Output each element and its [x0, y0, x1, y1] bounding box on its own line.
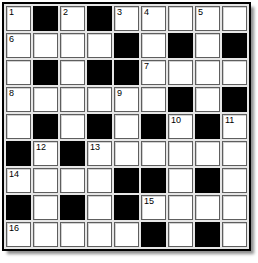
white-cell-r1c3[interactable]: 2	[60, 6, 85, 31]
white-cell-r9c4[interactable]	[87, 222, 112, 247]
white-cell-r6c5[interactable]	[114, 141, 139, 166]
white-cell-r5c1[interactable]	[6, 114, 31, 139]
clue-number: 16	[9, 224, 19, 233]
black-cell-r2c5	[114, 33, 139, 58]
clue-number: 11	[225, 116, 234, 125]
white-cell-r7c4[interactable]	[87, 168, 112, 193]
crossword-grid: 12345678910111213141516	[4, 4, 249, 249]
white-cell-r3c8[interactable]	[195, 60, 220, 85]
black-cell-r2c7	[168, 33, 193, 58]
black-cell-r3c5	[114, 60, 139, 85]
white-cell-r6c9[interactable]	[222, 141, 247, 166]
clue-number: 6	[9, 35, 14, 44]
white-cell-r5c5[interactable]	[114, 114, 139, 139]
black-cell-r5c4	[87, 114, 112, 139]
white-cell-r8c2[interactable]	[33, 195, 58, 220]
white-cell-r2c3[interactable]	[60, 33, 85, 58]
white-cell-r4c4[interactable]	[87, 87, 112, 112]
clue-number: 5	[198, 8, 203, 17]
white-cell-r8c6[interactable]: 15	[141, 195, 166, 220]
black-cell-r4c7	[168, 87, 193, 112]
white-cell-r7c7[interactable]	[168, 168, 193, 193]
white-cell-r9c5[interactable]	[114, 222, 139, 247]
white-cell-r1c6[interactable]: 4	[141, 6, 166, 31]
white-cell-r3c6[interactable]: 7	[141, 60, 166, 85]
white-cell-r9c3[interactable]	[60, 222, 85, 247]
white-cell-r6c7[interactable]	[168, 141, 193, 166]
black-cell-r7c8	[195, 168, 220, 193]
black-cell-r3c2	[33, 60, 58, 85]
clue-number: 9	[117, 89, 122, 98]
white-cell-r4c3[interactable]	[60, 87, 85, 112]
page: 12345678910111213141516	[0, 0, 258, 263]
clue-number: 4	[144, 8, 149, 17]
white-cell-r3c1[interactable]	[6, 60, 31, 85]
white-cell-r8c9[interactable]	[222, 195, 247, 220]
white-cell-r5c3[interactable]	[60, 114, 85, 139]
white-cell-r4c2[interactable]	[33, 87, 58, 112]
white-cell-r2c6[interactable]	[141, 33, 166, 58]
black-cell-r5c2	[33, 114, 58, 139]
white-cell-r8c7[interactable]	[168, 195, 193, 220]
black-cell-r5c6	[141, 114, 166, 139]
white-cell-r2c8[interactable]	[195, 33, 220, 58]
white-cell-r4c1[interactable]: 8	[6, 87, 31, 112]
white-cell-r2c2[interactable]	[33, 33, 58, 58]
white-cell-r4c5[interactable]: 9	[114, 87, 139, 112]
white-cell-r8c8[interactable]	[195, 195, 220, 220]
white-cell-r9c9[interactable]	[222, 222, 247, 247]
black-cell-r8c3	[60, 195, 85, 220]
black-cell-r1c4	[87, 6, 112, 31]
clue-number: 7	[144, 62, 149, 71]
white-cell-r1c5[interactable]: 3	[114, 6, 139, 31]
white-cell-r1c1[interactable]: 1	[6, 6, 31, 31]
clue-number: 2	[63, 8, 68, 17]
white-cell-r6c8[interactable]	[195, 141, 220, 166]
clue-number: 14	[9, 170, 19, 179]
white-cell-r1c8[interactable]: 5	[195, 6, 220, 31]
black-cell-r9c6	[141, 222, 166, 247]
white-cell-r2c1[interactable]: 6	[6, 33, 31, 58]
clue-number: 12	[36, 143, 46, 152]
black-cell-r3c4	[87, 60, 112, 85]
white-cell-r1c9[interactable]	[222, 6, 247, 31]
black-cell-r9c8	[195, 222, 220, 247]
white-cell-r7c9[interactable]	[222, 168, 247, 193]
black-cell-r6c3	[60, 141, 85, 166]
white-cell-r3c9[interactable]	[222, 60, 247, 85]
white-cell-r3c7[interactable]	[168, 60, 193, 85]
white-cell-r8c4[interactable]	[87, 195, 112, 220]
black-cell-r6c1	[6, 141, 31, 166]
clue-number: 15	[144, 197, 154, 206]
white-cell-r4c8[interactable]	[195, 87, 220, 112]
white-cell-r5c9[interactable]: 11	[222, 114, 247, 139]
black-cell-r4c9	[222, 87, 247, 112]
black-cell-r7c5	[114, 168, 139, 193]
crossword-board: 12345678910111213141516	[2, 2, 251, 251]
black-cell-r7c6	[141, 168, 166, 193]
black-cell-r5c8	[195, 114, 220, 139]
black-cell-r1c2	[33, 6, 58, 31]
black-cell-r8c5	[114, 195, 139, 220]
white-cell-r5c7[interactable]: 10	[168, 114, 193, 139]
clue-number: 13	[90, 143, 100, 152]
clue-number: 1	[9, 8, 14, 17]
clue-number: 3	[117, 8, 122, 17]
white-cell-r3c3[interactable]	[60, 60, 85, 85]
clue-number: 10	[171, 116, 181, 125]
white-cell-r6c4[interactable]: 13	[87, 141, 112, 166]
black-cell-r2c9	[222, 33, 247, 58]
clue-number: 8	[9, 89, 14, 98]
white-cell-r2c4[interactable]	[87, 33, 112, 58]
white-cell-r7c1[interactable]: 14	[6, 168, 31, 193]
white-cell-r9c7[interactable]	[168, 222, 193, 247]
white-cell-r9c1[interactable]: 16	[6, 222, 31, 247]
white-cell-r6c2[interactable]: 12	[33, 141, 58, 166]
white-cell-r7c3[interactable]	[60, 168, 85, 193]
black-cell-r8c1	[6, 195, 31, 220]
white-cell-r6c6[interactable]	[141, 141, 166, 166]
white-cell-r4c6[interactable]	[141, 87, 166, 112]
white-cell-r9c2[interactable]	[33, 222, 58, 247]
white-cell-r1c7[interactable]	[168, 6, 193, 31]
white-cell-r7c2[interactable]	[33, 168, 58, 193]
